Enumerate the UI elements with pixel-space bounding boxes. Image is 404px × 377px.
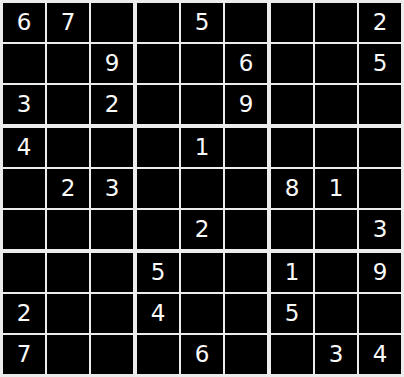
- cell-r2c7[interactable]: [271, 44, 313, 83]
- cell-r3c5[interactable]: [181, 85, 223, 124]
- cell-r4c5[interactable]: 1: [181, 128, 223, 167]
- cell-r7c3[interactable]: [91, 253, 133, 292]
- cell-r8c8[interactable]: [315, 294, 357, 333]
- cell-r9c7[interactable]: [271, 335, 313, 374]
- cell-r8c6[interactable]: [225, 294, 267, 333]
- cell-r7c2[interactable]: [47, 253, 89, 292]
- cell-r5c3[interactable]: 3: [91, 169, 133, 208]
- sudoku-box-7: 27: [3, 253, 133, 374]
- cell-r1c5[interactable]: 5: [181, 3, 223, 42]
- cell-r7c9[interactable]: 9: [359, 253, 401, 292]
- cell-r4c7[interactable]: [271, 128, 313, 167]
- cell-r1c2[interactable]: 7: [47, 3, 89, 42]
- cell-r7c4[interactable]: 5: [137, 253, 179, 292]
- cell-r7c7[interactable]: 1: [271, 253, 313, 292]
- cell-r8c1[interactable]: 2: [3, 294, 45, 333]
- cell-r6c2[interactable]: [47, 210, 89, 249]
- cell-r5c4[interactable]: [137, 169, 179, 208]
- cell-r3c9[interactable]: [359, 85, 401, 124]
- cell-r8c9[interactable]: [359, 294, 401, 333]
- cell-r3c4[interactable]: [137, 85, 179, 124]
- cell-r5c8[interactable]: 1: [315, 169, 357, 208]
- cell-r3c7[interactable]: [271, 85, 313, 124]
- cell-r6c6[interactable]: [225, 210, 267, 249]
- cell-r4c2[interactable]: [47, 128, 89, 167]
- cell-r3c6[interactable]: 9: [225, 85, 267, 124]
- cell-r1c3[interactable]: [91, 3, 133, 42]
- sudoku-board: 67932 569 25 423 12 813 27 546 19534: [0, 0, 404, 377]
- sudoku-box-3: 25: [271, 3, 401, 124]
- cell-r8c3[interactable]: [91, 294, 133, 333]
- cell-r9c9[interactable]: 4: [359, 335, 401, 374]
- cell-r2c5[interactable]: [181, 44, 223, 83]
- sudoku-box-2: 569: [137, 3, 267, 124]
- cell-r5c2[interactable]: 2: [47, 169, 89, 208]
- cell-r4c9[interactable]: [359, 128, 401, 167]
- cell-r9c3[interactable]: [91, 335, 133, 374]
- cell-r7c1[interactable]: [3, 253, 45, 292]
- cell-r5c7[interactable]: 8: [271, 169, 313, 208]
- cell-r6c3[interactable]: [91, 210, 133, 249]
- cell-r3c8[interactable]: [315, 85, 357, 124]
- cell-r9c6[interactable]: [225, 335, 267, 374]
- cell-r8c5[interactable]: [181, 294, 223, 333]
- cell-r6c9[interactable]: 3: [359, 210, 401, 249]
- cell-r9c8[interactable]: 3: [315, 335, 357, 374]
- cell-r2c2[interactable]: [47, 44, 89, 83]
- cell-r4c1[interactable]: 4: [3, 128, 45, 167]
- cell-r4c6[interactable]: [225, 128, 267, 167]
- cell-r1c8[interactable]: [315, 3, 357, 42]
- cell-r5c9[interactable]: [359, 169, 401, 208]
- cell-r8c4[interactable]: 4: [137, 294, 179, 333]
- cell-r9c4[interactable]: [137, 335, 179, 374]
- sudoku-box-6: 813: [271, 128, 401, 249]
- cell-r3c2[interactable]: [47, 85, 89, 124]
- cell-r5c1[interactable]: [3, 169, 45, 208]
- sudoku-box-1: 67932: [3, 3, 133, 124]
- cell-r9c2[interactable]: [47, 335, 89, 374]
- cell-r2c4[interactable]: [137, 44, 179, 83]
- cell-r9c5[interactable]: 6: [181, 335, 223, 374]
- cell-r1c9[interactable]: 2: [359, 3, 401, 42]
- sudoku-box-8: 546: [137, 253, 267, 374]
- cell-r1c7[interactable]: [271, 3, 313, 42]
- cell-r6c7[interactable]: [271, 210, 313, 249]
- cell-r1c4[interactable]: [137, 3, 179, 42]
- sudoku-box-5: 12: [137, 128, 267, 249]
- cell-r2c9[interactable]: 5: [359, 44, 401, 83]
- cell-r5c6[interactable]: [225, 169, 267, 208]
- cell-r7c8[interactable]: [315, 253, 357, 292]
- cell-r2c6[interactable]: 6: [225, 44, 267, 83]
- cell-r9c1[interactable]: 7: [3, 335, 45, 374]
- cell-r6c1[interactable]: [3, 210, 45, 249]
- cell-r5c5[interactable]: [181, 169, 223, 208]
- cell-r7c6[interactable]: [225, 253, 267, 292]
- cell-r2c3[interactable]: 9: [91, 44, 133, 83]
- cell-r1c1[interactable]: 6: [3, 3, 45, 42]
- sudoku-box-4: 423: [3, 128, 133, 249]
- cell-r8c7[interactable]: 5: [271, 294, 313, 333]
- cell-r8c2[interactable]: [47, 294, 89, 333]
- cell-r6c4[interactable]: [137, 210, 179, 249]
- cell-r4c8[interactable]: [315, 128, 357, 167]
- cell-r4c4[interactable]: [137, 128, 179, 167]
- cell-r2c1[interactable]: [3, 44, 45, 83]
- cell-r1c6[interactable]: [225, 3, 267, 42]
- cell-r6c8[interactable]: [315, 210, 357, 249]
- cell-r3c3[interactable]: 2: [91, 85, 133, 124]
- sudoku-box-9: 19534: [271, 253, 401, 374]
- cell-r7c5[interactable]: [181, 253, 223, 292]
- cell-r6c5[interactable]: 2: [181, 210, 223, 249]
- cell-r3c1[interactable]: 3: [3, 85, 45, 124]
- cell-r4c3[interactable]: [91, 128, 133, 167]
- cell-r2c8[interactable]: [315, 44, 357, 83]
